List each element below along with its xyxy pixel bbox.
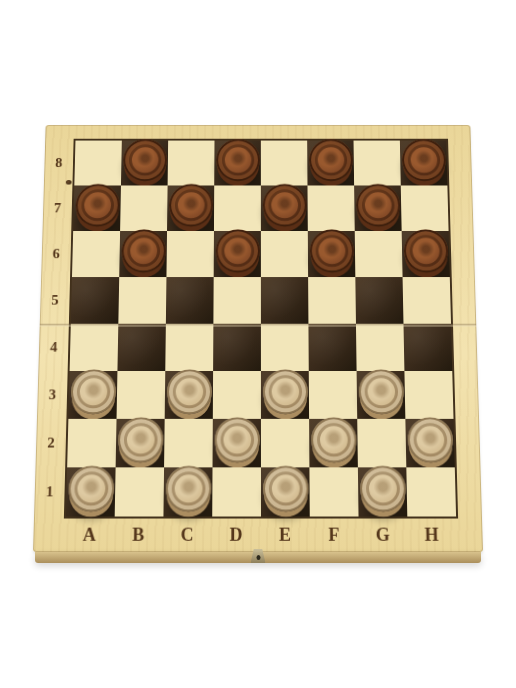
file-label-a: A bbox=[65, 520, 115, 550]
rank-label-2: 2 bbox=[37, 419, 64, 467]
square-d6[interactable] bbox=[214, 231, 261, 277]
rank-label-8: 8 bbox=[46, 141, 72, 186]
square-d8[interactable] bbox=[214, 141, 261, 186]
square-d4[interactable] bbox=[213, 324, 261, 371]
square-g7[interactable] bbox=[354, 185, 402, 230]
square-c7[interactable] bbox=[167, 185, 214, 230]
square-h7[interactable] bbox=[401, 185, 449, 230]
square-g8[interactable] bbox=[354, 141, 401, 186]
square-d1[interactable] bbox=[212, 467, 261, 516]
square-f2[interactable] bbox=[309, 419, 358, 467]
clasp-hole bbox=[256, 555, 260, 560]
file-label-b: B bbox=[114, 520, 163, 550]
square-g1[interactable] bbox=[358, 467, 407, 516]
square-e6[interactable] bbox=[261, 231, 308, 277]
file-label-d: D bbox=[212, 520, 261, 550]
square-h4[interactable] bbox=[403, 324, 452, 371]
checker-dark-b8[interactable] bbox=[122, 139, 166, 181]
square-f7[interactable] bbox=[307, 185, 354, 230]
square-e2[interactable] bbox=[261, 419, 309, 467]
square-b4[interactable] bbox=[117, 324, 165, 371]
square-b8[interactable] bbox=[121, 141, 168, 186]
checker-dark-f8[interactable] bbox=[309, 139, 353, 181]
rank-label-1: 1 bbox=[36, 467, 63, 516]
square-b3[interactable] bbox=[117, 371, 166, 419]
rank-label-3: 3 bbox=[39, 371, 66, 419]
checker-dark-d8[interactable] bbox=[216, 139, 260, 181]
square-c2[interactable] bbox=[164, 419, 213, 467]
square-e1[interactable] bbox=[261, 467, 310, 516]
file-label-c: C bbox=[163, 520, 212, 550]
checker-dark-e7[interactable] bbox=[262, 183, 306, 226]
square-b7[interactable] bbox=[120, 185, 167, 230]
square-c5[interactable] bbox=[166, 277, 214, 324]
checker-dark-h6[interactable] bbox=[403, 229, 448, 272]
checker-light-f2[interactable] bbox=[311, 417, 357, 462]
square-a4[interactable] bbox=[70, 324, 119, 371]
square-a2[interactable] bbox=[67, 419, 116, 467]
square-a8[interactable] bbox=[74, 141, 121, 186]
square-g2[interactable] bbox=[357, 419, 406, 467]
square-d3[interactable] bbox=[213, 371, 261, 419]
checker-light-g3[interactable] bbox=[358, 369, 404, 414]
square-a1[interactable] bbox=[66, 467, 116, 516]
square-d2[interactable] bbox=[213, 419, 261, 467]
rank-label-6: 6 bbox=[43, 231, 69, 277]
square-e3[interactable] bbox=[261, 371, 309, 419]
rank-label-4: 4 bbox=[40, 324, 67, 371]
square-d7[interactable] bbox=[214, 185, 261, 230]
square-e5[interactable] bbox=[261, 277, 309, 324]
checker-light-e1[interactable] bbox=[262, 465, 308, 511]
board-fold-seam bbox=[40, 324, 477, 327]
square-c1[interactable] bbox=[163, 467, 212, 516]
file-label-e: E bbox=[261, 520, 310, 550]
checker-light-a3[interactable] bbox=[70, 369, 116, 414]
checker-dark-g7[interactable] bbox=[356, 183, 401, 226]
checker-dark-b6[interactable] bbox=[121, 229, 166, 272]
clasp-icon bbox=[251, 549, 266, 563]
square-c6[interactable] bbox=[166, 231, 214, 277]
square-g3[interactable] bbox=[357, 371, 406, 419]
square-c8[interactable] bbox=[168, 141, 215, 186]
box-front-edge bbox=[35, 552, 481, 563]
file-label-f: F bbox=[310, 520, 359, 550]
rank-label-5: 5 bbox=[42, 277, 68, 324]
checker-dark-c7[interactable] bbox=[169, 183, 213, 226]
square-a7[interactable] bbox=[73, 185, 121, 230]
board-scene: 87654321 ABCDEFGH bbox=[33, 108, 483, 552]
checker-dark-d6[interactable] bbox=[215, 229, 259, 272]
square-e7[interactable] bbox=[261, 185, 308, 230]
square-e4[interactable] bbox=[261, 324, 309, 371]
square-b1[interactable] bbox=[115, 467, 164, 516]
file-labels: ABCDEFGH bbox=[65, 520, 457, 550]
square-h1[interactable] bbox=[406, 467, 456, 516]
checker-light-a1[interactable] bbox=[68, 465, 115, 511]
checker-light-d2[interactable] bbox=[214, 417, 259, 462]
square-g5[interactable] bbox=[355, 277, 403, 324]
square-a6[interactable] bbox=[72, 231, 120, 277]
checkers-board-photo: 87654321 ABCDEFGH bbox=[33, 108, 483, 563]
square-f5[interactable] bbox=[308, 277, 356, 324]
checker-dark-h8[interactable] bbox=[401, 139, 446, 181]
square-b5[interactable] bbox=[118, 277, 166, 324]
square-h6[interactable] bbox=[402, 231, 450, 277]
checker-light-h2[interactable] bbox=[407, 417, 453, 462]
square-b6[interactable] bbox=[119, 231, 167, 277]
square-f8[interactable] bbox=[307, 141, 354, 186]
square-h5[interactable] bbox=[403, 277, 451, 324]
square-c3[interactable] bbox=[165, 371, 213, 419]
checker-light-c1[interactable] bbox=[165, 465, 211, 511]
square-b2[interactable] bbox=[116, 419, 165, 467]
board-grid bbox=[64, 139, 458, 519]
square-e8[interactable] bbox=[261, 141, 308, 186]
square-f4[interactable] bbox=[308, 324, 356, 371]
checker-dark-f6[interactable] bbox=[309, 229, 354, 272]
square-a3[interactable] bbox=[68, 371, 117, 419]
square-g4[interactable] bbox=[356, 324, 404, 371]
wooden-board-frame: 87654321 ABCDEFGH bbox=[33, 125, 483, 552]
square-f6[interactable] bbox=[308, 231, 356, 277]
square-h2[interactable] bbox=[405, 419, 454, 467]
square-f3[interactable] bbox=[309, 371, 357, 419]
checker-light-g1[interactable] bbox=[359, 465, 405, 511]
file-label-g: G bbox=[359, 520, 408, 550]
square-d5[interactable] bbox=[213, 277, 261, 324]
checker-light-e3[interactable] bbox=[262, 369, 307, 414]
square-h8[interactable] bbox=[400, 141, 448, 186]
square-f1[interactable] bbox=[309, 467, 358, 516]
checker-light-c3[interactable] bbox=[166, 369, 211, 414]
rank-label-7: 7 bbox=[44, 185, 70, 230]
square-a5[interactable] bbox=[71, 277, 119, 324]
square-g6[interactable] bbox=[355, 231, 403, 277]
checker-light-b2[interactable] bbox=[117, 417, 163, 462]
square-c4[interactable] bbox=[165, 324, 213, 371]
checker-dark-a7[interactable] bbox=[75, 183, 120, 226]
file-label-h: H bbox=[407, 520, 457, 550]
square-h3[interactable] bbox=[404, 371, 453, 419]
